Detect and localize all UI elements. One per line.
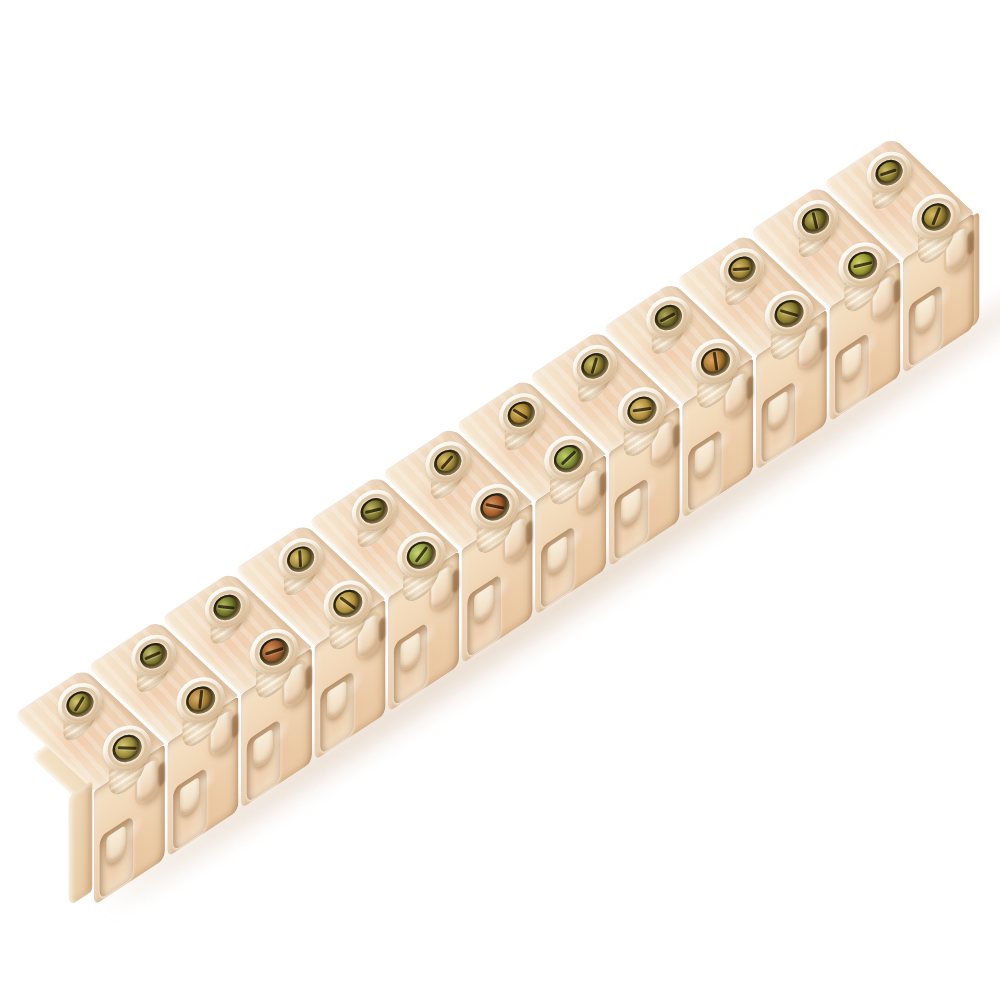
terminal-screw-near [552,443,583,473]
barrel-bore [402,536,441,574]
product-photo [0,0,1000,1000]
screw-barrel-near [830,233,896,297]
terminal-strip [34,114,1000,905]
barrel-bore [62,687,98,722]
screw-barrel-far [50,675,110,734]
screw-barrel-far [123,626,183,685]
terminal-screw-near [699,346,730,376]
terminal-screw-far [580,352,609,380]
barrel-bore [108,730,147,768]
terminal-screw-near [479,491,510,521]
terminal-screw-far [506,400,535,428]
barrel-bore [475,488,514,526]
barrel-bore [136,638,172,673]
screw-barrel-near [388,523,454,587]
barrel-bore [622,391,661,429]
screw-barrel-near [535,427,601,491]
barrel-bore [798,204,834,239]
strip-left-end-face [69,781,92,906]
barrel-bore [917,198,956,236]
terminal-screw-far [433,448,462,476]
terminal-screw-near [405,540,436,570]
screw-barrel-near [609,378,675,442]
screw-barrel-near [683,330,749,394]
barrel-bore [181,681,220,719]
terminal-screw-near [626,395,657,425]
terminal-screw-near [111,733,142,763]
terminal-screw-near [920,201,951,231]
barrel-bore [549,440,588,478]
terminal-screw-near [184,684,215,714]
barrel-bore [430,445,466,480]
screw-barrel-near [462,475,528,539]
terminal-screw-far [139,641,168,669]
barrel-bore [283,542,319,577]
screw-barrel-far [491,385,551,444]
barrel-bore [696,343,735,381]
terminal-screw-far [212,593,241,621]
screw-barrel-far [638,288,698,347]
terminal-screw-near [332,588,363,618]
screw-barrel-far [270,530,330,589]
screw-barrel-far [859,143,919,202]
screw-barrel-near [756,282,822,346]
terminal-screw-far [359,496,388,524]
screw-barrel-far [344,481,404,540]
barrel-bore [770,295,809,333]
barrel-bore [503,397,539,432]
terminal-screw-far [727,255,756,283]
barrel-bore [356,494,392,529]
terminal-screw-near [846,250,877,280]
screw-barrel-far [712,240,772,299]
terminal-screw-far [286,545,315,573]
barrel-bore [209,590,245,625]
terminal-screw-far [654,303,683,331]
screw-barrel-far [197,578,257,637]
screw-barrel-near [241,620,307,684]
terminal-screw-near [258,636,289,666]
screw-barrel-near [94,716,160,780]
barrel-bore [871,155,907,190]
screw-barrel-far [785,192,845,251]
barrel-bore [328,585,367,623]
screw-barrel-near [315,571,381,635]
barrel-bore [650,300,686,335]
terminal-screw-far [874,158,903,186]
barrel-bore [577,349,613,384]
terminal-screw-far [65,690,94,718]
barrel-bore [724,252,760,287]
layer-barrels [34,114,1000,905]
barrel-bore [255,633,294,671]
screw-barrel-far [565,337,625,396]
screw-barrel-near [168,668,234,732]
terminal-screw-far [801,207,830,235]
terminal-screw-near [773,298,804,328]
barrel-bore [843,246,882,284]
screw-barrel-far [418,433,478,492]
screw-barrel-near [903,185,969,249]
